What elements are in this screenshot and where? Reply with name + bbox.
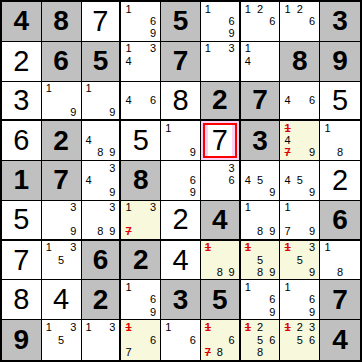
cell-r3c8[interactable]: 46 [280,82,320,122]
candidate-digit: 9 [306,187,318,199]
candidate-digit: 9 [266,306,278,318]
candidate-grid: 189 [242,202,279,238]
candidate-grid: 169 [122,3,159,40]
candidate-grid: 169 [242,281,279,318]
cell-r8c4[interactable]: 169 [121,280,161,320]
candidate-digit: 8 [254,346,266,359]
candidate-grid: 12356 [281,321,318,359]
cell-r9c4[interactable]: 167 [121,320,161,360]
candidate-digit: 1 [242,202,254,214]
candidate-digit: 3 [106,321,118,334]
cell-r4c3[interactable]: 489 [82,121,122,161]
candidate-grid: 19 [43,83,80,119]
candidate-grid: 19 [83,83,119,119]
solved-digit: 5 [320,82,360,120]
candidate-digit: 4 [122,94,134,106]
sudoku-board: 4871695169126126326513471314893191946827… [0,0,362,362]
cell-r2c5[interactable]: 7 [161,42,201,82]
cell-r6c7[interactable]: 189 [241,201,281,241]
solved-digit: 6 [2,121,41,160]
cell-r4c6[interactable]: 7 [201,121,241,161]
candidate-grid: 46 [122,83,159,119]
cell-r3c4[interactable]: 46 [121,82,161,122]
cell-r4c1[interactable]: 6 [2,121,42,161]
cell-r9c3[interactable]: 13 [82,320,122,360]
cell-r7c3[interactable]: 6 [82,241,122,281]
given-digit: 3 [161,280,200,319]
cell-r4c8[interactable]: 1479 [280,121,320,161]
candidate-digit-eliminated: 7 [122,226,134,238]
candidate-digit: 8 [214,346,226,359]
cell-r8c3[interactable]: 2 [82,280,122,320]
candidate-digit: 1 [242,281,254,293]
cell-r7c4[interactable]: 2 [121,241,161,281]
candidate-grid: 13 [83,321,119,359]
candidate-digit: 6 [187,174,199,186]
cell-r3c3[interactable]: 19 [82,82,122,122]
candidate-digit: 7 [122,346,134,359]
cell-r2c6[interactable]: 13 [201,42,241,82]
candidate-digit: 3 [106,202,118,214]
candidate-digit: 9 [106,147,118,159]
candidate-digit-eliminated: 1 [242,242,254,254]
candidate-digit: 3 [306,242,318,254]
cell-r8c8[interactable]: 169 [280,280,320,320]
cell-r3c7[interactable]: 7 [241,82,281,122]
candidate-digit: 9 [106,226,118,238]
candidate-digit: 4 [83,174,95,186]
cell-r5c8[interactable]: 459 [280,161,320,201]
cell-r2c1[interactable]: 2 [2,42,42,82]
cell-r2c4[interactable]: 134 [121,42,161,82]
candidate-digit: 9 [67,106,79,118]
candidate-digit: 9 [226,266,238,278]
cell-r4c7[interactable]: 3 [241,121,281,161]
given-digit: 4 [201,201,239,239]
candidate-digit: 5 [254,334,266,347]
candidate-digit: 1 [43,242,55,254]
candidate-digit: 8 [94,147,106,159]
cell-r4c5[interactable]: 19 [161,121,201,161]
candidate-digit: 5 [254,174,266,186]
cell-r4c9[interactable]: 18 [320,121,360,161]
cell-r9c6[interactable]: 1678 [201,320,241,360]
candidate-grid: 14 [242,43,279,80]
candidate-digit: 9 [106,106,118,118]
candidate-digit: 5 [55,334,67,347]
cell-r7c9[interactable]: 18 [320,241,360,281]
candidate-grid: 39 [43,202,80,238]
cell-r3c6[interactable]: 2 [201,82,241,122]
given-digit: 7 [161,42,200,81]
given-digit: 8 [280,42,319,81]
cell-r8c9[interactable]: 7 [320,280,360,320]
cell-r5c4[interactable]: 8 [121,161,161,201]
candidate-digit: 9 [187,187,199,199]
cell-r6c9[interactable]: 6 [320,201,360,241]
given-digit: 5 [82,42,120,81]
candidate-digit: 7 [281,226,293,238]
candidate-digit: 4 [281,135,293,147]
cell-r2c7[interactable]: 14 [241,42,281,82]
candidate-grid: 169 [202,3,238,40]
cell-r5c5[interactable]: 69 [161,161,201,201]
candidate-digit: 9 [106,187,118,199]
candidate-grid: 189 [202,242,238,279]
candidate-digit: 3 [226,43,238,55]
solved-digit: 4 [161,241,200,280]
candidate-digit: 9 [306,226,318,238]
cell-r6c6[interactable]: 4 [201,201,241,241]
candidate-digit: 1 [321,122,334,134]
candidate-grid: 1479 [281,122,318,159]
candidate-digit: 6 [306,294,318,306]
candidate-digit: 3 [306,321,318,334]
candidate-digit: 3 [147,43,159,55]
given-digit: 9 [2,320,41,360]
candidate-grid: 69 [162,162,199,199]
candidate-digit: 2 [294,3,306,15]
cell-r4c4[interactable]: 5 [121,121,161,161]
candidate-digit-eliminated: 1 [242,321,254,334]
candidate-grid: 12568 [242,321,279,359]
solved-digit: 2 [320,161,360,200]
solved-digit: 7 [82,2,120,41]
candidate-digit: 9 [266,266,278,278]
candidate-digit: 6 [306,94,318,106]
cell-r5c7[interactable]: 459 [241,161,281,201]
cell-r1c7[interactable]: 126 [241,2,281,42]
cell-r7c5[interactable]: 4 [161,241,201,281]
candidate-digit: 8 [254,266,266,278]
candidate-digit: 4 [281,174,293,186]
cell-r7c8[interactable]: 1359 [280,241,320,281]
candidate-digit: 6 [226,334,238,347]
candidate-grid: 134 [122,43,159,80]
cell-r8c7[interactable]: 169 [241,280,281,320]
candidate-digit: 1 [43,83,55,95]
candidate-digit: 1 [162,122,174,134]
candidate-grid: 18 [321,242,359,279]
cell-r8c5[interactable]: 3 [161,280,201,320]
candidate-grid: 349 [83,162,119,199]
candidate-digit: 2 [294,321,306,334]
candidate-digit: 9 [306,147,318,159]
cell-r7c2[interactable]: 135 [42,241,82,281]
cell-r2c2[interactable]: 6 [42,42,82,82]
candidate-digit: 1 [281,3,293,15]
candidate-digit: 3 [67,321,79,334]
candidate-grid: 36 [202,162,238,199]
given-digit: 6 [82,241,120,280]
cell-r5c6[interactable]: 36 [201,161,241,201]
solved-digit: 5 [2,201,41,239]
cell-r9c5[interactable]: 16 [161,320,201,360]
candidate-digit-eliminated: 1 [202,321,214,334]
candidate-digit-eliminated: 1 [202,242,214,254]
solved-digit: 5 [121,121,160,160]
cell-r4c2[interactable]: 2 [42,121,82,161]
cell-r9c9[interactable]: 4 [320,320,360,360]
solved-digit: 8 [161,82,200,120]
given-digit: 6 [320,201,360,239]
candidate-digit-eliminated: 1 [281,321,293,334]
candidate-digit: 4 [242,55,254,67]
cell-r7c6[interactable]: 189 [201,241,241,281]
candidate-grid: 16 [162,321,199,359]
cell-r3c1[interactable]: 3 [2,82,42,122]
cell-r8c2[interactable]: 4 [42,280,82,320]
candidate-digit: 6 [266,334,278,347]
cell-r9c1[interactable]: 9 [2,320,42,360]
cell-r1c6[interactable]: 169 [201,2,241,42]
candidate-digit: 6 [226,174,238,186]
given-digit: 2 [82,280,120,319]
candidate-grid: 167 [122,321,159,359]
candidate-digit: 6 [147,15,159,27]
candidate-grid: 1678 [202,321,238,359]
given-digit: 3 [320,2,360,41]
given-digit: 2 [42,121,81,160]
candidate-grid: 1359 [281,242,318,279]
given-digit: 8 [42,2,81,41]
candidate-digit: 1 [242,43,254,55]
candidate-grid: 459 [242,162,279,199]
cell-r5c2[interactable]: 7 [42,161,82,201]
candidate-digit: 4 [83,135,95,147]
cell-r2c9[interactable]: 9 [320,42,360,82]
candidate-digit: 1 [162,321,174,334]
cell-r1c3[interactable]: 7 [82,2,122,42]
given-digit: 7 [320,280,360,319]
candidate-digit: 1 [122,3,134,15]
cell-r5c3[interactable]: 349 [82,161,122,201]
candidate-digit: 9 [67,226,79,238]
cell-r7c1[interactable]: 7 [2,241,42,281]
cell-r9c8[interactable]: 12356 [280,320,320,360]
solved-digit: 4 [42,280,81,319]
candidate-digit: 1 [43,321,55,334]
given-digit: 7 [241,82,280,120]
candidate-digit-eliminated: 7 [281,147,293,159]
candidate-grid: 169 [281,281,318,318]
candidate-digit: 5 [294,254,306,266]
candidate-digit: 9 [266,187,278,199]
candidate-digit: 3 [147,202,159,214]
cell-r6c1[interactable]: 5 [2,201,42,241]
given-digit: 2 [121,241,160,280]
given-digit: 5 [201,280,239,319]
given-digit: 6 [42,42,81,81]
candidate-grid: 459 [281,162,318,199]
given-digit: 2 [201,82,239,120]
candidate-grid: 389 [83,202,119,238]
candidate-digit-eliminated: 1 [281,122,293,134]
solved-digit: 8 [2,280,41,319]
candidate-grid: 19 [162,122,199,159]
solved-digit: 7 [2,241,41,280]
candidate-grid: 46 [281,83,318,119]
given-digit: 7 [42,161,81,200]
candidate-grid: 179 [281,202,318,238]
candidate-grid: 13 [202,43,238,80]
candidate-digit: 5 [55,254,67,266]
candidate-digit: 8 [334,147,347,159]
candidate-grid: 135 [43,321,80,359]
candidate-digit: 9 [187,147,199,159]
candidate-digit: 9 [147,28,159,40]
cell-r1c4[interactable]: 169 [121,2,161,42]
cell-r6c8[interactable]: 179 [280,201,320,241]
candidate-digit: 4 [122,55,134,67]
cell-r9c7[interactable]: 12568 [241,320,281,360]
candidate-digit: 1 [281,202,293,214]
cell-r1c2[interactable]: 8 [42,2,82,42]
cell-r1c8[interactable]: 126 [280,2,320,42]
candidate-digit: 1 [83,83,95,95]
candidate-digit: 6 [147,294,159,306]
candidate-digit: 8 [254,226,266,238]
solved-digit: 2 [2,42,41,81]
cell-r1c5[interactable]: 5 [161,2,201,42]
candidate-digit: 2 [254,3,266,15]
candidate-grid: 137 [122,202,159,238]
candidate-digit: 6 [266,294,278,306]
candidate-digit: 1 [83,321,95,334]
candidate-digit: 8 [94,226,106,238]
candidate-digit: 6 [306,334,318,347]
solved-digit: 2 [161,201,200,239]
cell-r3c2[interactable]: 19 [42,82,82,122]
cell-r7c7[interactable]: 1589 [241,241,281,281]
cell-r5c1[interactable]: 1 [2,161,42,201]
candidate-digit: 5 [294,174,306,186]
candidate-digit: 1 [202,3,214,15]
candidate-digit: 1 [321,242,334,254]
candidate-digit-eliminated: 1 [281,242,293,254]
candidate-grid: 126 [281,3,318,40]
solved-digit: 7 [201,121,239,160]
candidate-digit: 9 [306,266,318,278]
candidate-digit: 9 [306,306,318,318]
candidate-digit: 2 [254,321,266,334]
given-digit: 5 [161,2,200,41]
candidate-digit: 3 [67,202,79,214]
cell-r6c2[interactable]: 39 [42,201,82,241]
candidate-digit: 6 [187,334,199,347]
cell-r8c1[interactable]: 8 [2,280,42,320]
candidate-digit: 9 [266,226,278,238]
cell-r6c3[interactable]: 389 [82,201,122,241]
candidate-digit: 6 [266,15,278,27]
candidate-grid: 489 [83,122,119,159]
candidate-digit: 9 [147,306,159,318]
candidate-digit: 1 [122,202,134,214]
candidate-digit: 9 [226,28,238,40]
candidate-digit: 1 [242,3,254,15]
candidate-grid: 169 [122,281,159,318]
candidate-digit: 4 [242,174,254,186]
candidate-digit: 1 [122,43,134,55]
given-digit: 4 [320,320,360,360]
solved-digit: 3 [2,82,41,120]
given-digit: 4 [2,2,41,41]
candidate-digit: 8 [334,266,347,278]
candidate-digit: 5 [254,254,266,266]
candidate-digit: 6 [147,94,159,106]
cell-r1c9[interactable]: 3 [320,2,360,42]
cell-r8c6[interactable]: 5 [201,280,241,320]
candidate-digit: 5 [294,334,306,347]
candidate-digit: 8 [214,266,226,278]
candidate-digit: 4 [281,94,293,106]
candidate-digit: 3 [106,162,118,174]
candidate-digit: 1 [202,43,214,55]
candidate-digit: 1 [122,281,134,293]
candidate-digit: 3 [226,162,238,174]
given-digit: 3 [241,121,280,160]
candidate-digit: 1 [281,281,293,293]
cell-r3c9[interactable]: 5 [320,82,360,122]
candidate-grid: 135 [43,242,80,279]
cell-r2c3[interactable]: 5 [82,42,122,82]
cell-r2c8[interactable]: 8 [280,42,320,82]
cell-r6c4[interactable]: 137 [121,201,161,241]
cell-r5c9[interactable]: 2 [320,161,360,201]
candidate-grid: 126 [242,3,279,40]
candidate-digit-eliminated: 7 [202,346,214,359]
cell-r9c2[interactable]: 135 [42,320,82,360]
candidate-digit: 6 [147,334,159,347]
candidate-grid: 18 [321,122,359,159]
candidate-digit: 6 [226,15,238,27]
cell-r1c1[interactable]: 4 [2,2,42,42]
given-digit: 9 [320,42,360,81]
given-digit: 1 [2,161,41,200]
given-digit: 8 [121,161,160,200]
cell-r6c5[interactable]: 2 [161,201,201,241]
candidate-digit: 3 [67,242,79,254]
cell-r3c5[interactable]: 8 [161,82,201,122]
candidate-grid: 1589 [242,242,279,279]
candidate-digit-eliminated: 1 [122,321,134,334]
candidate-digit: 6 [306,15,318,27]
